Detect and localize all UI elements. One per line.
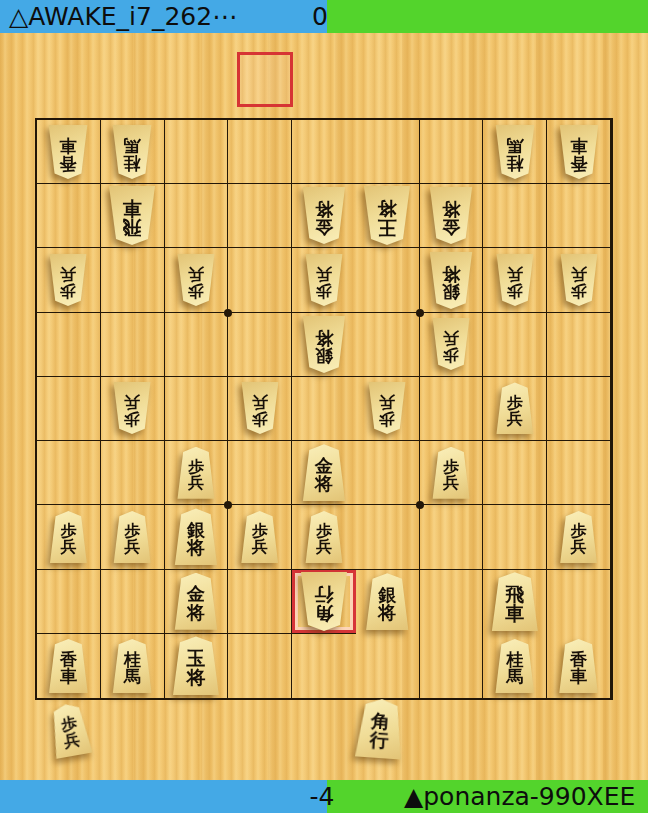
- board-cell[interactable]: [101, 313, 165, 377]
- piece-kanji: 行: [314, 584, 333, 603]
- piece-kanji: 車: [60, 137, 77, 154]
- shogi-piece-sente[interactable]: 角行: [353, 697, 407, 759]
- board-cell[interactable]: 香車: [37, 120, 101, 184]
- board-cell[interactable]: [547, 313, 611, 377]
- shogi-piece-gote[interactable]: 香車: [558, 125, 600, 179]
- piece-kanji: 車: [505, 604, 524, 623]
- shogi-piece-sente[interactable]: 銀将: [364, 573, 410, 630]
- piece-kanji: 歩: [379, 411, 395, 427]
- board-cell[interactable]: 銀将: [292, 313, 356, 377]
- board-cell[interactable]: 歩兵: [292, 248, 356, 312]
- board-cell[interactable]: 香車: [37, 634, 101, 698]
- board-cell[interactable]: [356, 248, 420, 312]
- board-cell[interactable]: 玉将: [165, 634, 229, 698]
- board-cell[interactable]: [228, 634, 292, 698]
- piece-kanji: 将: [442, 264, 460, 282]
- shogi-piece-sente[interactable]: 歩兵: [48, 511, 88, 563]
- board-cell[interactable]: [101, 441, 165, 505]
- piece-kanji: 兵: [188, 266, 204, 282]
- piece-kanji: 金: [442, 218, 460, 236]
- piece-kanji: 香: [60, 154, 77, 171]
- shogi-piece-gote[interactable]: 王将: [362, 186, 412, 245]
- sente-time-bar: [0, 780, 327, 813]
- board-cell[interactable]: [356, 505, 420, 569]
- board-cell[interactable]: 香車: [547, 634, 611, 698]
- board-cell[interactable]: [547, 184, 611, 248]
- shogi-piece-gote[interactable]: 歩兵: [48, 254, 88, 306]
- shogi-piece-sente[interactable]: 桂馬: [494, 639, 536, 693]
- board-cell[interactable]: 飛車: [101, 184, 165, 248]
- board-cell[interactable]: [228, 248, 292, 312]
- board-cell[interactable]: 金将: [420, 184, 484, 248]
- board-cell[interactable]: 歩兵: [420, 441, 484, 505]
- piece-kanji: 馬: [506, 668, 523, 685]
- board-cell[interactable]: [356, 634, 420, 698]
- shogi-piece-gote[interactable]: 銀将: [301, 316, 347, 373]
- board-cell[interactable]: [356, 120, 420, 184]
- board-cell[interactable]: 桂馬: [101, 634, 165, 698]
- piece-kanji: 兵: [571, 266, 587, 282]
- board-cell[interactable]: 歩兵: [37, 248, 101, 312]
- board-cell[interactable]: 王将: [356, 184, 420, 248]
- shogi-piece-gote[interactable]: 桂馬: [494, 125, 536, 179]
- board-cell[interactable]: 歩兵: [101, 377, 165, 441]
- shogi-piece-gote[interactable]: 金将: [428, 187, 474, 244]
- piece-kanji: 歩: [252, 411, 268, 427]
- piece-kanji: 桂: [506, 154, 523, 171]
- board-cell[interactable]: [37, 570, 101, 634]
- piece-kanji: 将: [442, 200, 460, 218]
- shogi-piece-sente[interactable]: 金将: [301, 444, 347, 501]
- piece-kanji: 銀: [442, 283, 460, 301]
- board-cell[interactable]: [292, 377, 356, 441]
- piece-kanji: 飛: [123, 218, 142, 237]
- shogi-piece-sente[interactable]: 歩兵: [495, 382, 535, 434]
- piece-kanji: 香: [570, 154, 587, 171]
- piece-kanji: 将: [315, 475, 333, 493]
- board-cell[interactable]: [483, 313, 547, 377]
- board-cell[interactable]: [356, 441, 420, 505]
- board-cell[interactable]: 桂馬: [101, 120, 165, 184]
- piece-kanji: 兵: [60, 539, 76, 555]
- shogi-piece-gote[interactable]: 銀将: [428, 252, 474, 309]
- board-cell[interactable]: [165, 313, 229, 377]
- board-cell[interactable]: 桂馬: [483, 634, 547, 698]
- piece-kanji: 兵: [507, 411, 523, 427]
- board-cell[interactable]: [37, 184, 101, 248]
- shogi-piece-sente[interactable]: 銀将: [173, 508, 219, 565]
- board-cell[interactable]: [37, 441, 101, 505]
- shogi-piece-sente[interactable]: 玉将: [171, 636, 221, 695]
- piece-kanji: 兵: [252, 539, 268, 555]
- piece-kanji: 歩: [60, 283, 76, 299]
- shogi-piece-gote[interactable]: 歩兵: [495, 254, 535, 306]
- board-cell[interactable]: [228, 184, 292, 248]
- board-cell[interactable]: [420, 120, 484, 184]
- shogi-piece-gote[interactable]: 飛車: [107, 186, 157, 245]
- piece-kanji: 兵: [443, 330, 459, 346]
- piece-kanji: 兵: [443, 475, 459, 491]
- piece-kanji: 銀: [315, 347, 333, 365]
- gote-time-bar-remainder: [327, 0, 648, 33]
- board-cell[interactable]: 歩兵: [101, 505, 165, 569]
- piece-kanji: 馬: [124, 137, 141, 154]
- board-cell[interactable]: [228, 441, 292, 505]
- piece-kanji: 兵: [124, 395, 140, 411]
- board-cell[interactable]: [547, 570, 611, 634]
- piece-kanji: 将: [186, 668, 205, 687]
- board-cell[interactable]: 銀将: [165, 505, 229, 569]
- board-cell[interactable]: [165, 120, 229, 184]
- board-cell[interactable]: 金将: [292, 184, 356, 248]
- board-cell[interactable]: 金将: [292, 441, 356, 505]
- sente-hand-piece[interactable]: 角行: [353, 697, 407, 759]
- piece-kanji: 車: [123, 199, 142, 218]
- piece-kanji: 王: [378, 218, 397, 237]
- board-cell[interactable]: [483, 505, 547, 569]
- shogi-piece-sente[interactable]: 歩兵: [304, 511, 344, 563]
- piece-kanji: 将: [187, 539, 205, 557]
- piece-kanji: 兵: [316, 266, 332, 282]
- piece-kanji: 金: [315, 218, 333, 236]
- board-cell[interactable]: 飛車: [483, 570, 547, 634]
- piece-kanji: 歩: [316, 283, 332, 299]
- shogi-piece-sente[interactable]: 金将: [173, 573, 219, 630]
- piece-kanji: 兵: [379, 395, 395, 411]
- piece-kanji: 兵: [571, 539, 587, 555]
- board-cell[interactable]: [228, 570, 292, 634]
- piece-kanji: 馬: [124, 668, 141, 685]
- board-cell[interactable]: 香車: [547, 120, 611, 184]
- board-cell[interactable]: [165, 377, 229, 441]
- gote-hand-drop-source-marker: [237, 52, 293, 107]
- piece-kanji: 歩: [188, 283, 204, 299]
- piece-kanji: 行: [369, 730, 389, 751]
- board-cell[interactable]: [37, 377, 101, 441]
- gote-score: 0: [300, 1, 340, 32]
- board-cell[interactable]: [101, 570, 165, 634]
- sente-status-bar: -4 ▲ponanza-990XEE: [0, 780, 648, 813]
- board-cell[interactable]: [228, 120, 292, 184]
- board-cell[interactable]: [356, 313, 420, 377]
- shogi-piece-gote[interactable]: 歩兵: [112, 382, 152, 434]
- shogi-piece-sente[interactable]: 香車: [47, 639, 89, 693]
- piece-kanji: 車: [570, 137, 587, 154]
- piece-kanji: 桂: [124, 154, 141, 171]
- shogi-piece-sente[interactable]: 歩兵: [176, 447, 216, 499]
- board-cell[interactable]: [483, 441, 547, 505]
- piece-kanji: 兵: [124, 539, 140, 555]
- board-cell[interactable]: 歩兵: [37, 505, 101, 569]
- piece-kanji: 車: [60, 668, 77, 685]
- shogi-piece-gote[interactable]: 桂馬: [111, 125, 153, 179]
- shogi-piece-sente[interactable]: 飛車: [490, 572, 540, 631]
- board-cell[interactable]: 歩兵: [420, 313, 484, 377]
- shogi-piece-sente[interactable]: 桂馬: [111, 639, 153, 693]
- piece-kanji: 兵: [63, 731, 82, 750]
- shogi-piece-gote[interactable]: 歩兵: [176, 254, 216, 306]
- shogi-piece-gote[interactable]: 歩兵: [431, 318, 471, 370]
- gote-status-bar: △AWAKE_i7_262⋯ 0: [0, 0, 648, 33]
- shogi-piece-sente[interactable]: 歩兵: [431, 447, 471, 499]
- board-cell[interactable]: 歩兵: [228, 377, 292, 441]
- shogi-piece-gote[interactable]: 歩兵: [367, 382, 407, 434]
- board-cell[interactable]: 歩兵: [547, 505, 611, 569]
- board-cell[interactable]: [547, 441, 611, 505]
- board-cell[interactable]: 角行: [292, 570, 356, 634]
- board-cell[interactable]: 歩兵: [483, 248, 547, 312]
- board-cell[interactable]: 歩兵: [483, 377, 547, 441]
- shogi-piece-sente[interactable]: 歩兵: [559, 511, 599, 563]
- piece-kanji: 馬: [506, 137, 523, 154]
- board-cell[interactable]: 歩兵: [228, 505, 292, 569]
- piece-kanji: 将: [315, 200, 333, 218]
- sente-score: -4: [296, 781, 348, 812]
- piece-kanji: 兵: [252, 395, 268, 411]
- piece-kanji: 将: [378, 199, 397, 218]
- board-cell[interactable]: 歩兵: [356, 377, 420, 441]
- board-cell[interactable]: 歩兵: [292, 505, 356, 569]
- sente-player-name: ▲ponanza-990XEE: [404, 781, 635, 812]
- piece-kanji: 歩: [443, 347, 459, 363]
- board-cell[interactable]: 銀将: [356, 570, 420, 634]
- board-cell[interactable]: 銀将: [420, 248, 484, 312]
- board-cell[interactable]: [420, 505, 484, 569]
- piece-kanji: 将: [187, 604, 205, 622]
- piece-kanji: 将: [315, 328, 333, 346]
- shogi-piece-gote[interactable]: 角行: [299, 572, 349, 631]
- shogi-piece-gote[interactable]: 金将: [301, 187, 347, 244]
- piece-kanji: 兵: [507, 266, 523, 282]
- board-cell[interactable]: 桂馬: [483, 120, 547, 184]
- shogi-piece-gote[interactable]: 香車: [47, 125, 89, 179]
- piece-kanji: 歩: [507, 283, 523, 299]
- piece-kanji: 歩: [124, 411, 140, 427]
- shogi-piece-gote[interactable]: 歩兵: [304, 254, 344, 306]
- shogi-piece-gote[interactable]: 歩兵: [559, 254, 599, 306]
- board-cell[interactable]: [483, 184, 547, 248]
- board-cell[interactable]: [292, 120, 356, 184]
- board-cell[interactable]: [292, 634, 356, 698]
- shogi-piece-gote[interactable]: 歩兵: [240, 382, 280, 434]
- gote-player-name: △AWAKE_i7_262⋯: [9, 1, 237, 32]
- board-cell[interactable]: [547, 377, 611, 441]
- board-cell[interactable]: [165, 184, 229, 248]
- piece-kanji: 兵: [316, 539, 332, 555]
- piece-kanji: 歩: [571, 283, 587, 299]
- board-cell[interactable]: [420, 377, 484, 441]
- board-cell[interactable]: 歩兵: [165, 248, 229, 312]
- piece-kanji: 金: [187, 585, 205, 603]
- board-cell[interactable]: [101, 248, 165, 312]
- shogi-piece-sente[interactable]: 香車: [558, 639, 600, 693]
- board-cell[interactable]: [228, 313, 292, 377]
- board-cell[interactable]: [420, 634, 484, 698]
- board-cell[interactable]: [37, 313, 101, 377]
- shogi-piece-sente[interactable]: 歩兵: [240, 511, 280, 563]
- piece-kanji: 兵: [188, 475, 204, 491]
- shogi-board[interactable]: 香車桂馬桂馬香車飛車金将王将金将歩兵歩兵歩兵銀将歩兵歩兵銀将歩兵歩兵歩兵歩兵歩兵…: [35, 118, 613, 700]
- board-cell[interactable]: 金将: [165, 570, 229, 634]
- board-cell[interactable]: 歩兵: [547, 248, 611, 312]
- piece-kanji: 車: [570, 668, 587, 685]
- board-cell[interactable]: 歩兵: [165, 441, 229, 505]
- piece-kanji: 将: [378, 604, 396, 622]
- piece-kanji: 兵: [60, 266, 76, 282]
- board-cell[interactable]: [420, 570, 484, 634]
- shogi-piece-sente[interactable]: 歩兵: [112, 511, 152, 563]
- piece-kanji: 角: [314, 604, 333, 623]
